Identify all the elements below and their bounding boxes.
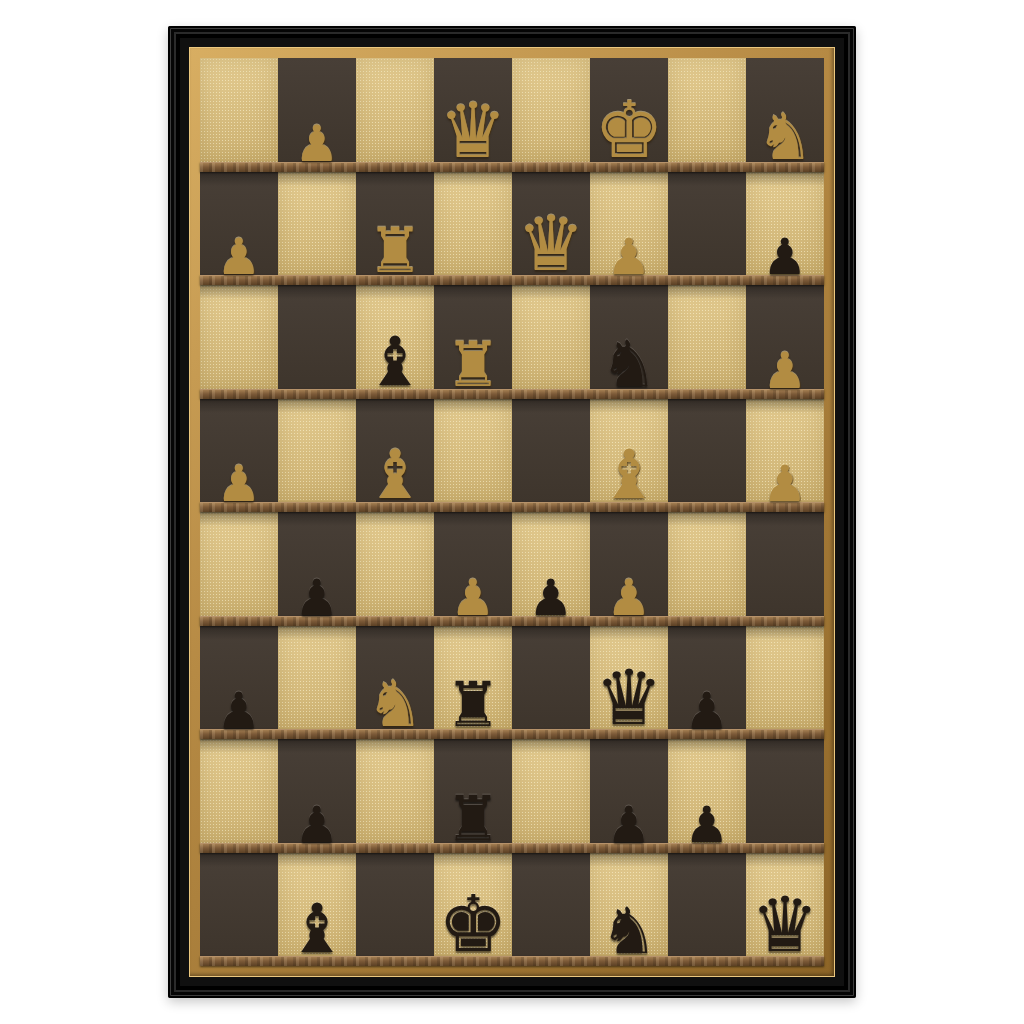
- square-e1: [512, 853, 590, 957]
- piece-gold-bishop: ♝: [365, 441, 426, 509]
- chess-board: ♟♛♚♞♟♜♛♟♟♝♜♞♟♟♝♝♟♟♟♟♟♟♞♜♛♟♟♜♟♟♝♚♞♛: [200, 58, 824, 966]
- square-g8: [668, 58, 746, 162]
- square-a5: ♟: [200, 399, 278, 503]
- board-row: ♟♝♝♟: [200, 399, 824, 513]
- shelf: [200, 956, 824, 966]
- square-h6: ♟: [746, 285, 824, 389]
- square-e7: ♛: [512, 172, 590, 276]
- board-row: ♝♜♞♟: [200, 285, 824, 399]
- square-h2: [746, 739, 824, 843]
- board-row: ♝♚♞♛: [200, 853, 824, 967]
- square-d7: [434, 172, 512, 276]
- square-e8: [512, 58, 590, 162]
- square-c1: [356, 853, 434, 957]
- square-f7: ♟: [590, 172, 668, 276]
- square-g2: ♟: [668, 739, 746, 843]
- square-e3: [512, 626, 590, 730]
- piece-gold-queen: ♛: [439, 93, 507, 169]
- picture-frame: ♟♛♚♞♟♜♛♟♟♝♜♞♟♟♝♝♟♟♟♟♟♟♞♜♛♟♟♜♟♟♝♚♞♛: [168, 26, 856, 998]
- square-d1: ♚: [434, 853, 512, 957]
- shelf: [200, 729, 824, 739]
- square-d4: ♟: [434, 512, 512, 616]
- piece-gold-queen: ♛: [517, 206, 585, 282]
- piece-gold-bishop: ♝: [599, 441, 660, 509]
- square-b1: ♝: [278, 853, 356, 957]
- square-h5: ♟: [746, 399, 824, 503]
- square-g6: [668, 285, 746, 389]
- square-g3: ♟: [668, 626, 746, 730]
- square-c3: ♞: [356, 626, 434, 730]
- square-f6: ♞: [590, 285, 668, 389]
- square-h7: ♟: [746, 172, 824, 276]
- piece-black-king: ♚: [438, 885, 508, 963]
- square-a4: [200, 512, 278, 616]
- piece-gold-knight: ♞: [366, 672, 423, 736]
- square-c7: ♜: [356, 172, 434, 276]
- board-row: ♟♜♟♟: [200, 739, 824, 853]
- square-b8: ♟: [278, 58, 356, 162]
- square-b6: [278, 285, 356, 389]
- board-row: ♟♛♚♞: [200, 58, 824, 172]
- square-d3: ♜: [434, 626, 512, 730]
- product-photo: ♟♛♚♞♟♜♛♟♟♝♜♞♟♟♝♝♟♟♟♟♟♟♞♜♛♟♟♜♟♟♝♚♞♛: [0, 0, 1024, 1024]
- square-d6: ♜: [434, 285, 512, 389]
- square-h8: ♞: [746, 58, 824, 162]
- piece-black-queen: ♛: [595, 660, 663, 736]
- square-c5: ♝: [356, 399, 434, 503]
- square-a7: ♟: [200, 172, 278, 276]
- shelf: [200, 162, 824, 172]
- square-b7: [278, 172, 356, 276]
- square-c8: [356, 58, 434, 162]
- square-h3: [746, 626, 824, 730]
- square-g5: [668, 399, 746, 503]
- square-c2: [356, 739, 434, 843]
- square-e6: [512, 285, 590, 389]
- square-e4: ♟: [512, 512, 590, 616]
- gold-trim: ♟♛♚♞♟♜♛♟♟♝♜♞♟♟♝♝♟♟♟♟♟♟♞♜♛♟♟♜♟♟♝♚♞♛: [189, 47, 835, 977]
- piece-black-bishop: ♝: [287, 895, 348, 963]
- shelf: [200, 389, 824, 399]
- square-b3: [278, 626, 356, 730]
- piece-gold-rook: ♜: [445, 334, 501, 396]
- piece-gold-knight: ♞: [756, 105, 813, 169]
- square-d5: [434, 399, 512, 503]
- square-d8: ♛: [434, 58, 512, 162]
- board-row: ♟♞♜♛♟: [200, 626, 824, 740]
- piece-gold-rook: ♜: [367, 220, 423, 282]
- square-f3: ♛: [590, 626, 668, 730]
- piece-black-knight: ♞: [600, 332, 657, 396]
- square-g7: [668, 172, 746, 276]
- piece-black-queen: ♛: [751, 887, 819, 963]
- piece-black-rook: ♜: [445, 674, 501, 736]
- square-a2: [200, 739, 278, 843]
- square-c4: [356, 512, 434, 616]
- square-c6: ♝: [356, 285, 434, 389]
- square-f8: ♚: [590, 58, 668, 162]
- shelf: [200, 502, 824, 512]
- square-e2: [512, 739, 590, 843]
- square-b5: [278, 399, 356, 503]
- piece-black-knight: ♞: [600, 899, 657, 963]
- square-h4: [746, 512, 824, 616]
- board-row: ♟♜♛♟♟: [200, 172, 824, 286]
- square-b2: ♟: [278, 739, 356, 843]
- board-row: ♟♟♟♟: [200, 512, 824, 626]
- shelf: [200, 616, 824, 626]
- piece-black-rook: ♜: [445, 788, 501, 850]
- square-g1: [668, 853, 746, 957]
- square-a1: [200, 853, 278, 957]
- square-f1: ♞: [590, 853, 668, 957]
- square-f2: ♟: [590, 739, 668, 843]
- square-a3: ♟: [200, 626, 278, 730]
- square-e5: [512, 399, 590, 503]
- square-f5: ♝: [590, 399, 668, 503]
- shelf: [200, 275, 824, 285]
- square-h1: ♛: [746, 853, 824, 957]
- square-g4: [668, 512, 746, 616]
- piece-black-bishop: ♝: [365, 328, 426, 396]
- shelf: [200, 843, 824, 853]
- square-a8: [200, 58, 278, 162]
- square-f4: ♟: [590, 512, 668, 616]
- square-d2: ♜: [434, 739, 512, 843]
- square-b4: ♟: [278, 512, 356, 616]
- piece-gold-king: ♚: [594, 91, 664, 169]
- square-a6: [200, 285, 278, 389]
